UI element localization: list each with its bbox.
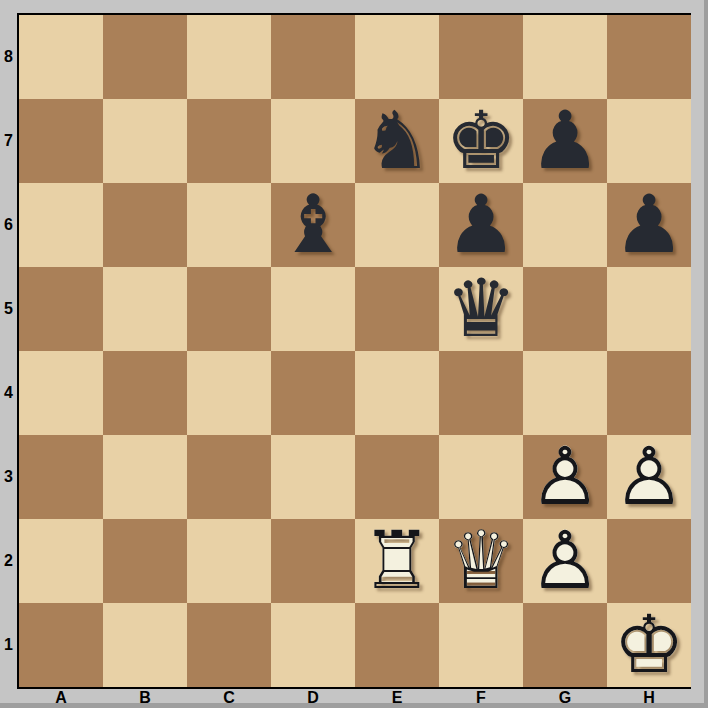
square-g5[interactable]	[523, 267, 607, 351]
pawn-glyph: ♟	[607, 435, 691, 519]
king-outline-glyph: ♔	[607, 603, 691, 687]
rook-glyph: ♜	[355, 519, 439, 603]
square-f2[interactable]: ♛♕	[439, 519, 523, 603]
pawn-outline-glyph: ♙	[523, 435, 607, 519]
square-a1[interactable]	[19, 603, 103, 687]
rank-label-8: 8	[0, 15, 17, 99]
bishop-glyph: ♝	[271, 183, 355, 267]
rank-label-3: 3	[0, 435, 17, 519]
square-a8[interactable]	[19, 15, 103, 99]
chess-board: ♞♚♟♝♟♟♛♟♙♟♙♜♖♛♕♟♙♚♔	[17, 13, 691, 689]
square-a3[interactable]	[19, 435, 103, 519]
square-b6[interactable]	[103, 183, 187, 267]
window-edge-bottom	[0, 703, 708, 708]
square-g4[interactable]	[523, 351, 607, 435]
square-b7[interactable]	[103, 99, 187, 183]
square-e5[interactable]	[355, 267, 439, 351]
square-h7[interactable]	[607, 99, 691, 183]
square-h8[interactable]	[607, 15, 691, 99]
square-f3[interactable]	[439, 435, 523, 519]
square-c1[interactable]	[187, 603, 271, 687]
piece-black-pawn[interactable]: ♟	[523, 99, 607, 183]
rook-outline-glyph: ♖	[355, 519, 439, 603]
square-d2[interactable]	[271, 519, 355, 603]
square-b8[interactable]	[103, 15, 187, 99]
rank-label-4: 4	[0, 351, 17, 435]
rank-label-5: 5	[0, 267, 17, 351]
square-e6[interactable]	[355, 183, 439, 267]
piece-black-pawn[interactable]: ♟	[439, 183, 523, 267]
square-c2[interactable]	[187, 519, 271, 603]
square-c3[interactable]	[187, 435, 271, 519]
square-a4[interactable]	[19, 351, 103, 435]
square-h3[interactable]: ♟♙	[607, 435, 691, 519]
piece-black-bishop[interactable]: ♝	[271, 183, 355, 267]
square-e3[interactable]	[355, 435, 439, 519]
square-a6[interactable]	[19, 183, 103, 267]
piece-black-king[interactable]: ♚	[439, 99, 523, 183]
square-f7[interactable]: ♚	[439, 99, 523, 183]
square-d1[interactable]	[271, 603, 355, 687]
piece-black-queen[interactable]: ♛	[439, 267, 523, 351]
piece-white-queen[interactable]: ♛♕	[439, 519, 523, 603]
square-e1[interactable]	[355, 603, 439, 687]
piece-white-king[interactable]: ♚♔	[607, 603, 691, 687]
piece-black-knight[interactable]: ♞	[355, 99, 439, 183]
rank-label-1: 1	[0, 603, 17, 687]
knight-glyph: ♞	[355, 99, 439, 183]
square-e2[interactable]: ♜♖	[355, 519, 439, 603]
square-d7[interactable]	[271, 99, 355, 183]
square-c5[interactable]	[187, 267, 271, 351]
piece-white-rook[interactable]: ♜♖	[355, 519, 439, 603]
king-glyph: ♚	[439, 99, 523, 183]
square-f6[interactable]: ♟	[439, 183, 523, 267]
square-a7[interactable]	[19, 99, 103, 183]
square-g3[interactable]: ♟♙	[523, 435, 607, 519]
square-e7[interactable]: ♞	[355, 99, 439, 183]
pawn-outline-glyph: ♙	[523, 519, 607, 603]
square-b5[interactable]	[103, 267, 187, 351]
square-h1[interactable]: ♚♔	[607, 603, 691, 687]
square-c4[interactable]	[187, 351, 271, 435]
square-d8[interactable]	[271, 15, 355, 99]
square-h5[interactable]	[607, 267, 691, 351]
pawn-glyph: ♟	[523, 99, 607, 183]
rank-label-2: 2	[0, 519, 17, 603]
pawn-glyph: ♟	[439, 183, 523, 267]
square-a2[interactable]	[19, 519, 103, 603]
queen-outline-glyph: ♕	[439, 519, 523, 603]
square-f5[interactable]: ♛	[439, 267, 523, 351]
square-h2[interactable]	[607, 519, 691, 603]
square-f4[interactable]	[439, 351, 523, 435]
queen-glyph: ♛	[439, 267, 523, 351]
square-b1[interactable]	[103, 603, 187, 687]
window-edge-right	[704, 0, 708, 708]
piece-white-pawn[interactable]: ♟♙	[523, 519, 607, 603]
piece-black-pawn[interactable]: ♟	[607, 183, 691, 267]
square-d6[interactable]: ♝	[271, 183, 355, 267]
square-g2[interactable]: ♟♙	[523, 519, 607, 603]
square-e4[interactable]	[355, 351, 439, 435]
piece-white-pawn[interactable]: ♟♙	[523, 435, 607, 519]
square-c7[interactable]	[187, 99, 271, 183]
square-c8[interactable]	[187, 15, 271, 99]
rank-label-6: 6	[0, 183, 17, 267]
square-h4[interactable]	[607, 351, 691, 435]
square-c6[interactable]	[187, 183, 271, 267]
pawn-glyph: ♟	[523, 519, 607, 603]
king-glyph: ♚	[607, 603, 691, 687]
square-h6[interactable]: ♟	[607, 183, 691, 267]
pawn-outline-glyph: ♙	[607, 435, 691, 519]
square-g6[interactable]	[523, 183, 607, 267]
square-f1[interactable]	[439, 603, 523, 687]
square-d4[interactable]	[271, 351, 355, 435]
square-g1[interactable]	[523, 603, 607, 687]
square-d3[interactable]	[271, 435, 355, 519]
square-g7[interactable]: ♟	[523, 99, 607, 183]
square-d5[interactable]	[271, 267, 355, 351]
square-b3[interactable]	[103, 435, 187, 519]
pawn-glyph: ♟	[607, 183, 691, 267]
piece-white-pawn[interactable]: ♟♙	[607, 435, 691, 519]
pawn-glyph: ♟	[523, 435, 607, 519]
square-g8[interactable]	[523, 15, 607, 99]
square-e8[interactable]	[355, 15, 439, 99]
rank-label-7: 7	[0, 99, 17, 183]
square-a5[interactable]	[19, 267, 103, 351]
queen-glyph: ♛	[439, 519, 523, 603]
square-f8[interactable]	[439, 15, 523, 99]
square-b4[interactable]	[103, 351, 187, 435]
square-b2[interactable]	[103, 519, 187, 603]
